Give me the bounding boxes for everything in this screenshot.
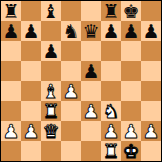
square-b2[interactable]: ♟	[21, 121, 41, 141]
square-c1[interactable]	[41, 141, 61, 161]
square-b4[interactable]	[21, 81, 41, 101]
white-bishop-piece[interactable]: ♝	[42, 81, 59, 101]
white-pawn-piece[interactable]: ♟	[2, 121, 19, 141]
square-a6[interactable]	[1, 41, 21, 61]
black-pawn-piece[interactable]: ♟	[102, 21, 119, 41]
square-a1[interactable]	[1, 141, 21, 161]
chess-board: ♜♝♜♚♟♟♞♛♟♟♟♟♟♝♟♜♟♞♟♟♛♟♟♟♜♚	[0, 0, 162, 162]
square-e3[interactable]: ♟	[81, 101, 101, 121]
black-bishop-piece[interactable]: ♝	[42, 1, 59, 21]
square-g7[interactable]: ♟	[121, 21, 141, 41]
black-pawn-piece[interactable]: ♟	[22, 21, 39, 41]
square-b1[interactable]	[21, 141, 41, 161]
square-f3[interactable]: ♞	[101, 101, 121, 121]
square-c7[interactable]	[41, 21, 61, 41]
square-e4[interactable]	[81, 81, 101, 101]
square-h6[interactable]	[141, 41, 161, 61]
square-e1[interactable]	[81, 141, 101, 161]
square-a3[interactable]	[1, 101, 21, 121]
square-a2[interactable]: ♟	[1, 121, 21, 141]
square-d7[interactable]: ♞	[61, 21, 81, 41]
square-e2[interactable]	[81, 121, 101, 141]
square-h7[interactable]: ♟	[141, 21, 161, 41]
square-g6[interactable]	[121, 41, 141, 61]
square-g3[interactable]	[121, 101, 141, 121]
white-queen-piece[interactable]: ♛	[42, 121, 59, 141]
square-h3[interactable]	[141, 101, 161, 121]
square-c8[interactable]: ♝	[41, 1, 61, 21]
square-b7[interactable]: ♟	[21, 21, 41, 41]
square-d6[interactable]	[61, 41, 81, 61]
square-a5[interactable]	[1, 61, 21, 81]
square-b8[interactable]	[21, 1, 41, 21]
square-d8[interactable]	[61, 1, 81, 21]
square-h5[interactable]	[141, 61, 161, 81]
square-f8[interactable]: ♜	[101, 1, 121, 21]
white-pawn-piece[interactable]: ♟	[22, 121, 39, 141]
black-king-piece[interactable]: ♚	[122, 1, 139, 21]
square-a8[interactable]: ♜	[1, 1, 21, 21]
square-f1[interactable]: ♜	[101, 141, 121, 161]
black-pawn-piece[interactable]: ♟	[82, 61, 99, 81]
black-pawn-piece[interactable]: ♟	[142, 21, 159, 41]
square-e6[interactable]	[81, 41, 101, 61]
square-g2[interactable]: ♟	[121, 121, 141, 141]
black-pawn-piece[interactable]: ♟	[42, 41, 59, 61]
white-rook-piece[interactable]: ♜	[42, 101, 59, 121]
white-pawn-piece[interactable]: ♟	[122, 121, 139, 141]
square-b5[interactable]	[21, 61, 41, 81]
black-rook-piece[interactable]: ♜	[102, 1, 119, 21]
square-b3[interactable]	[21, 101, 41, 121]
square-a4[interactable]	[1, 81, 21, 101]
square-f7[interactable]: ♟	[101, 21, 121, 41]
square-h1[interactable]	[141, 141, 161, 161]
white-pawn-piece[interactable]: ♟	[142, 121, 159, 141]
square-d4[interactable]: ♟	[61, 81, 81, 101]
square-e5[interactable]: ♟	[81, 61, 101, 81]
square-g8[interactable]: ♚	[121, 1, 141, 21]
black-knight-piece[interactable]: ♞	[62, 21, 79, 41]
white-pawn-piece[interactable]: ♟	[102, 121, 119, 141]
square-a7[interactable]: ♟	[1, 21, 21, 41]
square-f2[interactable]: ♟	[101, 121, 121, 141]
white-rook-piece[interactable]: ♜	[102, 141, 119, 161]
square-b6[interactable]	[21, 41, 41, 61]
square-d2[interactable]	[61, 121, 81, 141]
square-h8[interactable]	[141, 1, 161, 21]
white-knight-piece[interactable]: ♞	[102, 101, 119, 121]
square-c4[interactable]: ♝	[41, 81, 61, 101]
square-d5[interactable]	[61, 61, 81, 81]
square-e7[interactable]: ♛	[81, 21, 101, 41]
square-h4[interactable]	[141, 81, 161, 101]
white-king-piece[interactable]: ♚	[122, 141, 139, 161]
square-g4[interactable]	[121, 81, 141, 101]
white-pawn-piece[interactable]: ♟	[62, 81, 79, 101]
square-c3[interactable]: ♜	[41, 101, 61, 121]
white-pawn-piece[interactable]: ♟	[82, 101, 99, 121]
black-rook-piece[interactable]: ♜	[2, 1, 19, 21]
square-d1[interactable]	[61, 141, 81, 161]
square-f6[interactable]	[101, 41, 121, 61]
black-pawn-piece[interactable]: ♟	[122, 21, 139, 41]
square-d3[interactable]	[61, 101, 81, 121]
square-c6[interactable]: ♟	[41, 41, 61, 61]
square-g1[interactable]: ♚	[121, 141, 141, 161]
square-f5[interactable]	[101, 61, 121, 81]
square-c2[interactable]: ♛	[41, 121, 61, 141]
black-queen-piece[interactable]: ♛	[82, 21, 99, 41]
black-pawn-piece[interactable]: ♟	[2, 21, 19, 41]
square-f4[interactable]	[101, 81, 121, 101]
square-e8[interactable]	[81, 1, 101, 21]
square-h2[interactable]: ♟	[141, 121, 161, 141]
square-g5[interactable]	[121, 61, 141, 81]
square-c5[interactable]	[41, 61, 61, 81]
